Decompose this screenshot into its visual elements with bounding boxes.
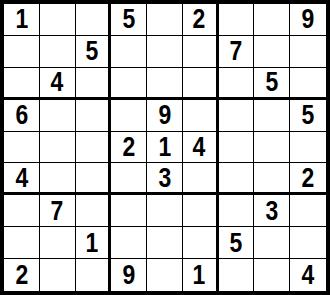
cell-r3c2[interactable]: 4 — [40, 68, 76, 100]
given-digit: 9 — [122, 261, 135, 289]
given-digit: 5 — [86, 37, 99, 65]
cell-r7c9[interactable] — [290, 195, 326, 227]
cell-r2c6[interactable] — [183, 36, 219, 68]
cell-r9c1[interactable]: 2 — [4, 259, 40, 291]
cell-r7c4[interactable] — [111, 195, 147, 227]
cell-r9c9[interactable]: 4 — [290, 259, 326, 291]
given-digit: 3 — [158, 164, 171, 192]
given-digit: 5 — [230, 229, 243, 257]
cell-r2c1[interactable] — [4, 36, 40, 68]
given-digit: 3 — [265, 197, 278, 225]
cell-r4c6[interactable] — [183, 100, 219, 132]
cell-r8c6[interactable] — [183, 227, 219, 259]
cell-r8c9[interactable] — [290, 227, 326, 259]
cell-r1c2[interactable] — [40, 4, 76, 36]
cell-r8c8[interactable] — [254, 227, 290, 259]
given-digit: 5 — [302, 101, 315, 129]
cell-r1c9[interactable]: 9 — [290, 4, 326, 36]
cell-r1c1[interactable]: 1 — [4, 4, 40, 36]
cell-r2c3[interactable]: 5 — [76, 36, 112, 68]
cell-r8c4[interactable] — [111, 227, 147, 259]
cell-r4c9[interactable]: 5 — [290, 100, 326, 132]
given-digit: 6 — [15, 101, 28, 129]
cell-r6c7[interactable] — [219, 163, 255, 195]
cell-r7c5[interactable] — [147, 195, 183, 227]
cell-r3c7[interactable] — [219, 68, 255, 100]
cell-r2c8[interactable] — [254, 36, 290, 68]
cell-r8c2[interactable] — [40, 227, 76, 259]
cell-r5c4[interactable]: 2 — [111, 132, 147, 164]
cell-r5c2[interactable] — [40, 132, 76, 164]
cell-r8c7[interactable]: 5 — [219, 227, 255, 259]
cell-r3c1[interactable] — [4, 68, 40, 100]
cell-r7c7[interactable] — [219, 195, 255, 227]
given-digit: 2 — [15, 261, 28, 289]
cell-r4c3[interactable] — [76, 100, 112, 132]
cell-r6c9[interactable]: 2 — [290, 163, 326, 195]
cell-r9c5[interactable] — [147, 259, 183, 291]
cell-r3c6[interactable] — [183, 68, 219, 100]
cell-r7c1[interactable] — [4, 195, 40, 227]
given-digit: 1 — [15, 5, 28, 33]
given-digit: 4 — [51, 68, 64, 96]
cell-r3c5[interactable] — [147, 68, 183, 100]
cell-r7c2[interactable]: 7 — [40, 195, 76, 227]
cell-r2c9[interactable] — [290, 36, 326, 68]
given-digit: 5 — [265, 68, 278, 96]
given-digit: 1 — [158, 133, 171, 161]
cell-r1c3[interactable] — [76, 4, 112, 36]
cell-r5c1[interactable] — [4, 132, 40, 164]
given-digit: 9 — [302, 5, 315, 33]
given-digit: 9 — [158, 101, 171, 129]
cell-r6c1[interactable]: 4 — [4, 163, 40, 195]
cell-r4c4[interactable] — [111, 100, 147, 132]
cell-r6c2[interactable] — [40, 163, 76, 195]
given-digit: 2 — [302, 164, 315, 192]
given-digit: 1 — [193, 261, 206, 289]
cell-r9c4[interactable]: 9 — [111, 259, 147, 291]
cell-r5c9[interactable] — [290, 132, 326, 164]
cell-r9c7[interactable] — [219, 259, 255, 291]
cell-r4c8[interactable] — [254, 100, 290, 132]
cell-r5c3[interactable] — [76, 132, 112, 164]
cell-r1c4[interactable]: 5 — [111, 4, 147, 36]
cell-r3c3[interactable] — [76, 68, 112, 100]
cell-r7c6[interactable] — [183, 195, 219, 227]
cell-r1c8[interactable] — [254, 4, 290, 36]
given-digit: 7 — [230, 37, 243, 65]
cell-r7c3[interactable] — [76, 195, 112, 227]
cell-r3c8[interactable]: 5 — [254, 68, 290, 100]
cell-r4c1[interactable]: 6 — [4, 100, 40, 132]
given-digit: 4 — [193, 133, 206, 161]
given-digit: 2 — [122, 133, 135, 161]
cell-r8c3[interactable]: 1 — [76, 227, 112, 259]
given-digit: 4 — [15, 164, 28, 192]
given-digit: 7 — [51, 197, 64, 225]
cell-r6c4[interactable] — [111, 163, 147, 195]
cell-r6c6[interactable] — [183, 163, 219, 195]
cell-r9c2[interactable] — [40, 259, 76, 291]
given-digit: 5 — [122, 5, 135, 33]
cell-r6c5[interactable]: 3 — [147, 163, 183, 195]
cell-r1c6[interactable]: 2 — [183, 4, 219, 36]
cell-r8c5[interactable] — [147, 227, 183, 259]
cell-r1c7[interactable] — [219, 4, 255, 36]
cell-r5c7[interactable] — [219, 132, 255, 164]
cell-r4c7[interactable] — [219, 100, 255, 132]
sudoku-board: 1529574569521443273152914 — [0, 0, 330, 295]
given-digit: 1 — [86, 229, 99, 257]
cell-r3c9[interactable] — [290, 68, 326, 100]
given-digit: 2 — [193, 5, 206, 33]
cell-r9c6[interactable]: 1 — [183, 259, 219, 291]
cell-r6c3[interactable] — [76, 163, 112, 195]
cell-r3c4[interactable] — [111, 68, 147, 100]
cell-r2c4[interactable] — [111, 36, 147, 68]
cell-r4c2[interactable] — [40, 100, 76, 132]
cell-r2c2[interactable] — [40, 36, 76, 68]
given-digit: 4 — [302, 261, 315, 289]
cell-r5c8[interactable] — [254, 132, 290, 164]
cell-r4c5[interactable]: 9 — [147, 100, 183, 132]
cell-r5c6[interactable]: 4 — [183, 132, 219, 164]
cell-r2c5[interactable] — [147, 36, 183, 68]
cell-r5c5[interactable]: 1 — [147, 132, 183, 164]
cell-r2c7[interactable]: 7 — [219, 36, 255, 68]
cell-r8c1[interactable] — [4, 227, 40, 259]
cell-r9c8[interactable] — [254, 259, 290, 291]
cell-r1c5[interactable] — [147, 4, 183, 36]
cell-r7c8[interactable]: 3 — [254, 195, 290, 227]
cell-r9c3[interactable] — [76, 259, 112, 291]
cell-r6c8[interactable] — [254, 163, 290, 195]
